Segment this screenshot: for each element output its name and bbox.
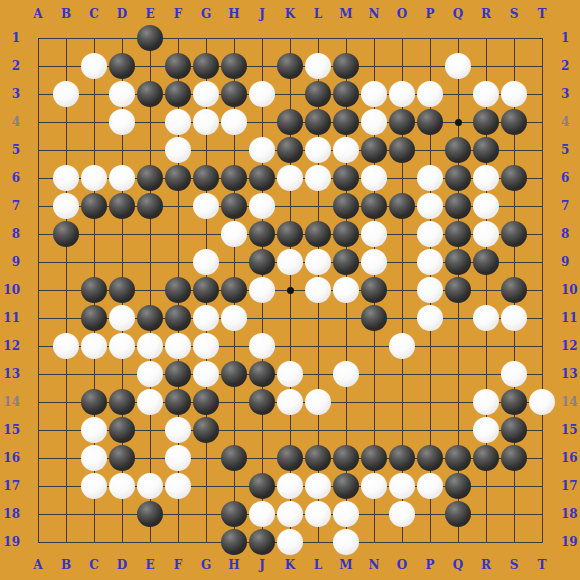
board-intersection-C4[interactable]	[80, 108, 108, 136]
board-intersection-Q13[interactable]	[444, 360, 472, 388]
board-intersection-R4[interactable]	[472, 108, 500, 136]
board-intersection-D8[interactable]	[108, 220, 136, 248]
board-intersection-T17[interactable]	[528, 472, 556, 500]
board-intersection-E7[interactable]	[136, 192, 164, 220]
board-intersection-P14[interactable]	[416, 388, 444, 416]
board-intersection-T12[interactable]	[528, 332, 556, 360]
board-intersection-B12[interactable]	[52, 332, 80, 360]
board-intersection-S2[interactable]	[500, 52, 528, 80]
board-intersection-E12[interactable]	[136, 332, 164, 360]
board-intersection-E5[interactable]	[136, 136, 164, 164]
board-intersection-Q10[interactable]	[444, 276, 472, 304]
board-intersection-T5[interactable]	[528, 136, 556, 164]
board-intersection-D12[interactable]	[108, 332, 136, 360]
board-intersection-O8[interactable]	[388, 220, 416, 248]
board-intersection-O6[interactable]	[388, 164, 416, 192]
board-intersection-R17[interactable]	[472, 472, 500, 500]
board-intersection-A3[interactable]	[24, 80, 52, 108]
board-intersection-P16[interactable]	[416, 444, 444, 472]
board-intersection-B15[interactable]	[52, 416, 80, 444]
board-intersection-Q15[interactable]	[444, 416, 472, 444]
board-intersection-A11[interactable]	[24, 304, 52, 332]
board-intersection-Q12[interactable]	[444, 332, 472, 360]
board-intersection-S4[interactable]	[500, 108, 528, 136]
board-intersection-N7[interactable]	[360, 192, 388, 220]
board-intersection-B6[interactable]	[52, 164, 80, 192]
board-intersection-F18[interactable]	[164, 500, 192, 528]
board-intersection-H6[interactable]	[220, 164, 248, 192]
board-intersection-K7[interactable]	[276, 192, 304, 220]
board-intersection-G8[interactable]	[192, 220, 220, 248]
board-intersection-D16[interactable]	[108, 444, 136, 472]
board-intersection-R5[interactable]	[472, 136, 500, 164]
board-intersection-B11[interactable]	[52, 304, 80, 332]
board-intersection-M3[interactable]	[332, 80, 360, 108]
board-intersection-S6[interactable]	[500, 164, 528, 192]
board-intersection-C1[interactable]	[80, 24, 108, 52]
board-intersection-P7[interactable]	[416, 192, 444, 220]
board-intersection-N16[interactable]	[360, 444, 388, 472]
board-intersection-P5[interactable]	[416, 136, 444, 164]
board-intersection-C11[interactable]	[80, 304, 108, 332]
board-intersection-A15[interactable]	[24, 416, 52, 444]
board-intersection-H5[interactable]	[220, 136, 248, 164]
board-intersection-J19[interactable]	[248, 528, 276, 556]
board-intersection-J1[interactable]	[248, 24, 276, 52]
board-intersection-P8[interactable]	[416, 220, 444, 248]
board-intersection-R9[interactable]	[472, 248, 500, 276]
board-intersection-C15[interactable]	[80, 416, 108, 444]
board-intersection-O12[interactable]	[388, 332, 416, 360]
board-intersection-Q4[interactable]	[444, 108, 472, 136]
board-intersection-G17[interactable]	[192, 472, 220, 500]
board-intersection-J10[interactable]	[248, 276, 276, 304]
board-intersection-R14[interactable]	[472, 388, 500, 416]
board-intersection-E11[interactable]	[136, 304, 164, 332]
board-intersection-L14[interactable]	[304, 388, 332, 416]
board-intersection-O4[interactable]	[388, 108, 416, 136]
board-intersection-N12[interactable]	[360, 332, 388, 360]
board-intersection-S5[interactable]	[500, 136, 528, 164]
board-intersection-E1[interactable]	[136, 24, 164, 52]
board-intersection-E9[interactable]	[136, 248, 164, 276]
board-intersection-R18[interactable]	[472, 500, 500, 528]
board-intersection-A17[interactable]	[24, 472, 52, 500]
board-intersection-D2[interactable]	[108, 52, 136, 80]
board-intersection-N15[interactable]	[360, 416, 388, 444]
board-intersection-M17[interactable]	[332, 472, 360, 500]
board-intersection-J4[interactable]	[248, 108, 276, 136]
board-intersection-Q7[interactable]	[444, 192, 472, 220]
board-intersection-P9[interactable]	[416, 248, 444, 276]
board-intersection-B14[interactable]	[52, 388, 80, 416]
board-intersection-G7[interactable]	[192, 192, 220, 220]
board-intersection-K10[interactable]	[276, 276, 304, 304]
board-intersection-L10[interactable]	[304, 276, 332, 304]
board-intersection-N10[interactable]	[360, 276, 388, 304]
board-intersection-T8[interactable]	[528, 220, 556, 248]
board-intersection-D10[interactable]	[108, 276, 136, 304]
board-intersection-R19[interactable]	[472, 528, 500, 556]
board-intersection-S8[interactable]	[500, 220, 528, 248]
board-intersection-H10[interactable]	[220, 276, 248, 304]
board-intersection-C2[interactable]	[80, 52, 108, 80]
board-intersection-T6[interactable]	[528, 164, 556, 192]
board-intersection-O1[interactable]	[388, 24, 416, 52]
board-intersection-K8[interactable]	[276, 220, 304, 248]
board-intersection-M19[interactable]	[332, 528, 360, 556]
board-intersection-S18[interactable]	[500, 500, 528, 528]
board-intersection-T2[interactable]	[528, 52, 556, 80]
board-intersection-O11[interactable]	[388, 304, 416, 332]
board-intersection-L7[interactable]	[304, 192, 332, 220]
board-intersection-N2[interactable]	[360, 52, 388, 80]
board-intersection-G4[interactable]	[192, 108, 220, 136]
board-intersection-K12[interactable]	[276, 332, 304, 360]
board-intersection-O14[interactable]	[388, 388, 416, 416]
board-intersection-L2[interactable]	[304, 52, 332, 80]
board-intersection-L19[interactable]	[304, 528, 332, 556]
board-intersection-R7[interactable]	[472, 192, 500, 220]
board-intersection-P13[interactable]	[416, 360, 444, 388]
board-intersection-J16[interactable]	[248, 444, 276, 472]
board-intersection-L1[interactable]	[304, 24, 332, 52]
board-intersection-L8[interactable]	[304, 220, 332, 248]
board-intersection-K19[interactable]	[276, 528, 304, 556]
board-intersection-T19[interactable]	[528, 528, 556, 556]
board-intersection-O7[interactable]	[388, 192, 416, 220]
board-intersection-N18[interactable]	[360, 500, 388, 528]
board-intersection-H18[interactable]	[220, 500, 248, 528]
board-intersection-M18[interactable]	[332, 500, 360, 528]
board-intersection-S7[interactable]	[500, 192, 528, 220]
board-intersection-G5[interactable]	[192, 136, 220, 164]
board-intersection-K18[interactable]	[276, 500, 304, 528]
board-intersection-K17[interactable]	[276, 472, 304, 500]
board-intersection-R13[interactable]	[472, 360, 500, 388]
board-intersection-J17[interactable]	[248, 472, 276, 500]
board-intersection-C3[interactable]	[80, 80, 108, 108]
board-intersection-H17[interactable]	[220, 472, 248, 500]
board-intersection-Q5[interactable]	[444, 136, 472, 164]
board-intersection-P15[interactable]	[416, 416, 444, 444]
board-intersection-H3[interactable]	[220, 80, 248, 108]
board-intersection-E4[interactable]	[136, 108, 164, 136]
board-intersection-J18[interactable]	[248, 500, 276, 528]
board-intersection-E10[interactable]	[136, 276, 164, 304]
board-intersection-P3[interactable]	[416, 80, 444, 108]
board-intersection-A12[interactable]	[24, 332, 52, 360]
board-intersection-G11[interactable]	[192, 304, 220, 332]
board-intersection-L11[interactable]	[304, 304, 332, 332]
board-intersection-J8[interactable]	[248, 220, 276, 248]
board-intersection-K2[interactable]	[276, 52, 304, 80]
board-intersection-J6[interactable]	[248, 164, 276, 192]
board-intersection-E16[interactable]	[136, 444, 164, 472]
board-intersection-Q19[interactable]	[444, 528, 472, 556]
board-intersection-A5[interactable]	[24, 136, 52, 164]
board-intersection-J3[interactable]	[248, 80, 276, 108]
board-intersection-K13[interactable]	[276, 360, 304, 388]
board-intersection-H12[interactable]	[220, 332, 248, 360]
board-intersection-H15[interactable]	[220, 416, 248, 444]
board-intersection-G3[interactable]	[192, 80, 220, 108]
board-intersection-S14[interactable]	[500, 388, 528, 416]
board-intersection-H16[interactable]	[220, 444, 248, 472]
board-intersection-G14[interactable]	[192, 388, 220, 416]
board-intersection-D1[interactable]	[108, 24, 136, 52]
board-intersection-K9[interactable]	[276, 248, 304, 276]
board-intersection-T18[interactable]	[528, 500, 556, 528]
board-intersection-F16[interactable]	[164, 444, 192, 472]
board-intersection-B10[interactable]	[52, 276, 80, 304]
board-intersection-F10[interactable]	[164, 276, 192, 304]
board-intersection-S16[interactable]	[500, 444, 528, 472]
board-intersection-L4[interactable]	[304, 108, 332, 136]
board-intersection-P12[interactable]	[416, 332, 444, 360]
board-intersection-C12[interactable]	[80, 332, 108, 360]
board-intersection-T9[interactable]	[528, 248, 556, 276]
board-intersection-P2[interactable]	[416, 52, 444, 80]
board-intersection-S12[interactable]	[500, 332, 528, 360]
board-intersection-F13[interactable]	[164, 360, 192, 388]
board-intersection-N13[interactable]	[360, 360, 388, 388]
board-intersection-K5[interactable]	[276, 136, 304, 164]
board-intersection-R1[interactable]	[472, 24, 500, 52]
board-intersection-M14[interactable]	[332, 388, 360, 416]
board-intersection-D15[interactable]	[108, 416, 136, 444]
board-intersection-M15[interactable]	[332, 416, 360, 444]
board-intersection-H2[interactable]	[220, 52, 248, 80]
board-intersection-J9[interactable]	[248, 248, 276, 276]
board-intersection-Q1[interactable]	[444, 24, 472, 52]
board-intersection-J12[interactable]	[248, 332, 276, 360]
board-intersection-P10[interactable]	[416, 276, 444, 304]
board-intersection-G18[interactable]	[192, 500, 220, 528]
board-intersection-B9[interactable]	[52, 248, 80, 276]
board-intersection-S19[interactable]	[500, 528, 528, 556]
board-intersection-R10[interactable]	[472, 276, 500, 304]
board-intersection-F4[interactable]	[164, 108, 192, 136]
board-intersection-D7[interactable]	[108, 192, 136, 220]
board-intersection-R8[interactable]	[472, 220, 500, 248]
board-intersection-Q11[interactable]	[444, 304, 472, 332]
board-intersection-D9[interactable]	[108, 248, 136, 276]
board-intersection-M10[interactable]	[332, 276, 360, 304]
board-intersection-J13[interactable]	[248, 360, 276, 388]
board-intersection-D18[interactable]	[108, 500, 136, 528]
board-intersection-G10[interactable]	[192, 276, 220, 304]
board-intersection-K11[interactable]	[276, 304, 304, 332]
board-intersection-H4[interactable]	[220, 108, 248, 136]
board-intersection-E13[interactable]	[136, 360, 164, 388]
board-intersection-H9[interactable]	[220, 248, 248, 276]
board-intersection-B18[interactable]	[52, 500, 80, 528]
board-intersection-L13[interactable]	[304, 360, 332, 388]
board-intersection-D3[interactable]	[108, 80, 136, 108]
board-intersection-M2[interactable]	[332, 52, 360, 80]
board-intersection-H19[interactable]	[220, 528, 248, 556]
board-intersection-E6[interactable]	[136, 164, 164, 192]
board-intersection-H8[interactable]	[220, 220, 248, 248]
board-intersection-L3[interactable]	[304, 80, 332, 108]
board-intersection-B2[interactable]	[52, 52, 80, 80]
board-intersection-O13[interactable]	[388, 360, 416, 388]
board-intersection-B16[interactable]	[52, 444, 80, 472]
board-intersection-M9[interactable]	[332, 248, 360, 276]
board-intersection-K3[interactable]	[276, 80, 304, 108]
board-intersection-M5[interactable]	[332, 136, 360, 164]
board-intersection-N1[interactable]	[360, 24, 388, 52]
board-intersection-L15[interactable]	[304, 416, 332, 444]
board-intersection-A10[interactable]	[24, 276, 52, 304]
board-intersection-C19[interactable]	[80, 528, 108, 556]
board-intersection-O15[interactable]	[388, 416, 416, 444]
board-intersection-A13[interactable]	[24, 360, 52, 388]
board-intersection-P6[interactable]	[416, 164, 444, 192]
board-intersection-F6[interactable]	[164, 164, 192, 192]
board-intersection-L16[interactable]	[304, 444, 332, 472]
board-intersection-O5[interactable]	[388, 136, 416, 164]
board-intersection-D17[interactable]	[108, 472, 136, 500]
board-intersection-E14[interactable]	[136, 388, 164, 416]
board-intersection-F17[interactable]	[164, 472, 192, 500]
board-intersection-G1[interactable]	[192, 24, 220, 52]
board-intersection-M7[interactable]	[332, 192, 360, 220]
board-intersection-K6[interactable]	[276, 164, 304, 192]
board-intersection-O16[interactable]	[388, 444, 416, 472]
board-intersection-T7[interactable]	[528, 192, 556, 220]
board-intersection-S17[interactable]	[500, 472, 528, 500]
board-intersection-T16[interactable]	[528, 444, 556, 472]
board-intersection-G9[interactable]	[192, 248, 220, 276]
board-intersection-A19[interactable]	[24, 528, 52, 556]
board-intersection-S15[interactable]	[500, 416, 528, 444]
board-intersection-D14[interactable]	[108, 388, 136, 416]
board-intersection-G13[interactable]	[192, 360, 220, 388]
board-intersection-L5[interactable]	[304, 136, 332, 164]
board-intersection-A18[interactable]	[24, 500, 52, 528]
board-intersection-C10[interactable]	[80, 276, 108, 304]
board-intersection-P1[interactable]	[416, 24, 444, 52]
board-intersection-G6[interactable]	[192, 164, 220, 192]
board-intersection-D6[interactable]	[108, 164, 136, 192]
board-intersection-F7[interactable]	[164, 192, 192, 220]
board-intersection-N4[interactable]	[360, 108, 388, 136]
board-intersection-F1[interactable]	[164, 24, 192, 52]
board-intersection-J2[interactable]	[248, 52, 276, 80]
board-intersection-O19[interactable]	[388, 528, 416, 556]
board-intersection-Q9[interactable]	[444, 248, 472, 276]
board-intersection-L9[interactable]	[304, 248, 332, 276]
board-intersection-A8[interactable]	[24, 220, 52, 248]
board-intersection-B19[interactable]	[52, 528, 80, 556]
board-intersection-R6[interactable]	[472, 164, 500, 192]
board-intersection-K16[interactable]	[276, 444, 304, 472]
board-intersection-B3[interactable]	[52, 80, 80, 108]
board-intersection-E15[interactable]	[136, 416, 164, 444]
board-intersection-M16[interactable]	[332, 444, 360, 472]
board-intersection-M6[interactable]	[332, 164, 360, 192]
board-intersection-G12[interactable]	[192, 332, 220, 360]
board-intersection-L17[interactable]	[304, 472, 332, 500]
board-intersection-L18[interactable]	[304, 500, 332, 528]
board-intersection-H13[interactable]	[220, 360, 248, 388]
board-intersection-R3[interactable]	[472, 80, 500, 108]
board-intersection-C6[interactable]	[80, 164, 108, 192]
board-intersection-F11[interactable]	[164, 304, 192, 332]
board-intersection-Q16[interactable]	[444, 444, 472, 472]
board-intersection-S13[interactable]	[500, 360, 528, 388]
board-intersection-E19[interactable]	[136, 528, 164, 556]
board-intersection-D11[interactable]	[108, 304, 136, 332]
board-intersection-J7[interactable]	[248, 192, 276, 220]
board-intersection-B1[interactable]	[52, 24, 80, 52]
board-intersection-C5[interactable]	[80, 136, 108, 164]
board-intersection-O17[interactable]	[388, 472, 416, 500]
board-intersection-T14[interactable]	[528, 388, 556, 416]
board-intersection-Q8[interactable]	[444, 220, 472, 248]
board-intersection-N9[interactable]	[360, 248, 388, 276]
board-intersection-R2[interactable]	[472, 52, 500, 80]
board-intersection-R16[interactable]	[472, 444, 500, 472]
board-intersection-T11[interactable]	[528, 304, 556, 332]
board-intersection-G16[interactable]	[192, 444, 220, 472]
board-intersection-P11[interactable]	[416, 304, 444, 332]
board-intersection-B17[interactable]	[52, 472, 80, 500]
board-intersection-P17[interactable]	[416, 472, 444, 500]
board-intersection-C13[interactable]	[80, 360, 108, 388]
board-intersection-O3[interactable]	[388, 80, 416, 108]
board-intersection-A4[interactable]	[24, 108, 52, 136]
board-intersection-S10[interactable]	[500, 276, 528, 304]
board-intersection-F9[interactable]	[164, 248, 192, 276]
board-intersection-F5[interactable]	[164, 136, 192, 164]
board-intersection-B7[interactable]	[52, 192, 80, 220]
board-intersection-B13[interactable]	[52, 360, 80, 388]
board-intersection-N8[interactable]	[360, 220, 388, 248]
board-intersection-C8[interactable]	[80, 220, 108, 248]
board-intersection-C16[interactable]	[80, 444, 108, 472]
board-intersection-E8[interactable]	[136, 220, 164, 248]
board-intersection-M8[interactable]	[332, 220, 360, 248]
board-intersection-T15[interactable]	[528, 416, 556, 444]
board-intersection-T3[interactable]	[528, 80, 556, 108]
board-intersection-R11[interactable]	[472, 304, 500, 332]
board-intersection-J14[interactable]	[248, 388, 276, 416]
board-intersection-N6[interactable]	[360, 164, 388, 192]
board-intersection-B5[interactable]	[52, 136, 80, 164]
board-intersection-E18[interactable]	[136, 500, 164, 528]
board-intersection-J11[interactable]	[248, 304, 276, 332]
board-intersection-G2[interactable]	[192, 52, 220, 80]
board-intersection-O10[interactable]	[388, 276, 416, 304]
board-intersection-Q14[interactable]	[444, 388, 472, 416]
board-intersection-T13[interactable]	[528, 360, 556, 388]
board-intersection-Q2[interactable]	[444, 52, 472, 80]
board-intersection-N5[interactable]	[360, 136, 388, 164]
board-intersection-R15[interactable]	[472, 416, 500, 444]
board-intersection-P4[interactable]	[416, 108, 444, 136]
board-intersection-K1[interactable]	[276, 24, 304, 52]
board-intersection-A16[interactable]	[24, 444, 52, 472]
board-intersection-D4[interactable]	[108, 108, 136, 136]
board-intersection-F2[interactable]	[164, 52, 192, 80]
board-intersection-A6[interactable]	[24, 164, 52, 192]
board-intersection-A14[interactable]	[24, 388, 52, 416]
board-intersection-F15[interactable]	[164, 416, 192, 444]
board-intersection-Q6[interactable]	[444, 164, 472, 192]
